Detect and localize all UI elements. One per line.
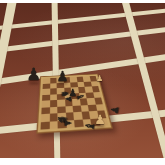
floor-pawn-fallen-right-pawn-icon: ♟ [109, 105, 120, 116]
floor-pawn-white-corner-pawn-icon: ♟ [96, 75, 103, 83]
photo-page: ♟♟♟♞♟♝♟♞♟♝♟♟ [0, 0, 165, 165]
floor-pawn-black-left-pawn-icon: ♟ [26, 66, 41, 83]
floor-photo: ♟♟♟♞♟♝♟♞♟♝♟♟ [0, 3, 165, 158]
floor-pawn-fallen-left-pawn-icon: ♟ [63, 119, 72, 127]
board-square [41, 121, 50, 129]
floor-pawn-white-standing-pawn-icon: ♟ [94, 113, 106, 126]
board-pawn-fallen-pawn-icon: ♟ [65, 95, 74, 103]
floor-pawn-black-topedge-pawn-icon: ♟ [56, 69, 69, 83]
